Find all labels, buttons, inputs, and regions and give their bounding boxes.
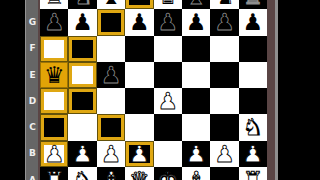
square-F8[interactable] — [239, 36, 267, 62]
square-D3[interactable] — [97, 88, 125, 114]
square-A7[interactable] — [210, 167, 238, 180]
piece-white-bishop: ♝ — [182, 167, 210, 180]
square-G5[interactable]: ♟ — [154, 9, 182, 35]
board-frame-edge-line — [275, 0, 278, 180]
square-B1[interactable]: ♟ — [40, 141, 68, 167]
piece-white-rook: ♜ — [40, 167, 68, 180]
piece-black-queen: ♛ — [40, 62, 68, 88]
square-E5[interactable] — [154, 62, 182, 88]
piece-black-king: ♚ — [154, 0, 182, 9]
square-F3[interactable] — [97, 36, 125, 62]
piece-white-pawn: ♟ — [239, 141, 267, 167]
square-D2[interactable] — [68, 88, 96, 114]
square-A4[interactable]: ♛ — [125, 167, 153, 180]
piece-black-pawn: ♟ — [182, 9, 210, 35]
square-D1[interactable] — [40, 88, 68, 114]
piece-white-bishop: ♝ — [97, 167, 125, 180]
square-B8[interactable]: ♟ — [239, 141, 267, 167]
square-A6[interactable]: ♝ — [182, 167, 210, 180]
square-G3[interactable] — [97, 9, 125, 35]
square-F7[interactable] — [210, 36, 238, 62]
piece-black-pawn: ♟ — [125, 9, 153, 35]
chess-board[interactable]: ♜♞♝♚♝♞♜♟♟♟♟♟♟♟♛♟♟♞♟♟♟♟♟♟♟♜♞♝♛♚♝♜ — [40, 0, 267, 180]
square-H8[interactable]: ♜ — [239, 0, 267, 9]
square-H1[interactable]: ♜ — [40, 0, 68, 9]
piece-black-pawn: ♟ — [210, 9, 238, 35]
piece-black-pawn: ♟ — [68, 9, 96, 35]
piece-white-king: ♚ — [154, 167, 182, 180]
square-A1[interactable]: ♜ — [40, 167, 68, 180]
app-window: HGFEDCBA ♜♞♝♚♝♞♜♟♟♟♟♟♟♟♛♟♟♞♟♟♟♟♟♟♟♜♞♝♛♚♝… — [0, 0, 320, 180]
square-C4[interactable] — [125, 114, 153, 140]
square-F2[interactable] — [68, 36, 96, 62]
piece-white-knight: ♞ — [68, 167, 96, 180]
square-E2[interactable] — [68, 62, 96, 88]
square-B4[interactable]: ♟ — [125, 141, 153, 167]
piece-white-pawn: ♟ — [154, 88, 182, 114]
piece-black-knight: ♞ — [68, 0, 96, 9]
square-F6[interactable] — [182, 36, 210, 62]
piece-black-knight: ♞ — [210, 0, 238, 9]
piece-black-pawn: ♟ — [154, 9, 182, 35]
piece-white-knight: ♞ — [239, 114, 267, 140]
square-C3[interactable] — [97, 114, 125, 140]
square-E4[interactable] — [125, 62, 153, 88]
piece-white-pawn: ♟ — [68, 141, 96, 167]
rank-label-strip: HGFEDCBA — [25, 0, 38, 180]
square-E1[interactable]: ♛ — [40, 62, 68, 88]
square-A8[interactable]: ♜ — [239, 167, 267, 180]
square-B6[interactable]: ♟ — [182, 141, 210, 167]
square-D7[interactable] — [210, 88, 238, 114]
square-H3[interactable]: ♝ — [97, 0, 125, 9]
piece-black-bishop: ♝ — [182, 0, 210, 9]
piece-white-pawn: ♟ — [40, 141, 68, 167]
piece-black-pawn: ♟ — [40, 9, 68, 35]
square-E8[interactable] — [239, 62, 267, 88]
square-D8[interactable] — [239, 88, 267, 114]
square-B5[interactable] — [154, 141, 182, 167]
square-H7[interactable]: ♞ — [210, 0, 238, 9]
square-G4[interactable]: ♟ — [125, 9, 153, 35]
square-A5[interactable]: ♚ — [154, 167, 182, 180]
square-A2[interactable]: ♞ — [68, 167, 96, 180]
square-C7[interactable] — [210, 114, 238, 140]
piece-white-queen: ♛ — [125, 167, 153, 180]
square-G7[interactable]: ♟ — [210, 9, 238, 35]
square-F4[interactable] — [125, 36, 153, 62]
square-H2[interactable]: ♞ — [68, 0, 96, 9]
piece-black-pawn: ♟ — [97, 62, 125, 88]
square-G2[interactable]: ♟ — [68, 9, 96, 35]
square-F1[interactable] — [40, 36, 68, 62]
square-H5[interactable]: ♚ — [154, 0, 182, 9]
square-C1[interactable] — [40, 114, 68, 140]
square-H4[interactable] — [125, 0, 153, 9]
square-D5[interactable]: ♟ — [154, 88, 182, 114]
piece-black-bishop: ♝ — [97, 0, 125, 9]
piece-white-pawn: ♟ — [210, 141, 238, 167]
square-G1[interactable]: ♟ — [40, 9, 68, 35]
square-B2[interactable]: ♟ — [68, 141, 96, 167]
square-F5[interactable] — [154, 36, 182, 62]
piece-white-pawn: ♟ — [125, 141, 153, 167]
square-G6[interactable]: ♟ — [182, 9, 210, 35]
square-A3[interactable]: ♝ — [97, 167, 125, 180]
square-H6[interactable]: ♝ — [182, 0, 210, 9]
piece-black-rook: ♜ — [239, 0, 267, 9]
square-E6[interactable] — [182, 62, 210, 88]
piece-white-pawn: ♟ — [97, 141, 125, 167]
board-border-right — [267, 0, 275, 180]
piece-white-pawn: ♟ — [182, 141, 210, 167]
piece-black-pawn: ♟ — [239, 9, 267, 35]
piece-white-rook: ♜ — [239, 167, 267, 180]
square-D4[interactable] — [125, 88, 153, 114]
square-E3[interactable]: ♟ — [97, 62, 125, 88]
square-B7[interactable]: ♟ — [210, 141, 238, 167]
square-C8[interactable]: ♞ — [239, 114, 267, 140]
square-B3[interactable]: ♟ — [97, 141, 125, 167]
square-D6[interactable] — [182, 88, 210, 114]
piece-black-rook: ♜ — [40, 0, 68, 9]
square-E7[interactable] — [210, 62, 238, 88]
square-C6[interactable] — [182, 114, 210, 140]
square-C2[interactable] — [68, 114, 96, 140]
square-C5[interactable] — [154, 114, 182, 140]
square-G8[interactable]: ♟ — [239, 9, 267, 35]
